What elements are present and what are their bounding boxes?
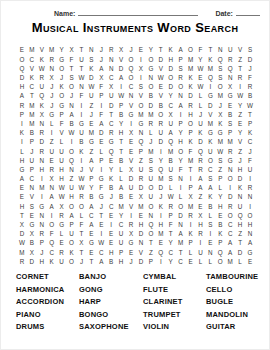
- grid-cell[interactable]: O: [186, 120, 196, 129]
- grid-cell[interactable]: W: [245, 101, 255, 110]
- grid-cell[interactable]: S: [205, 221, 215, 230]
- grid-cell[interactable]: T: [205, 46, 215, 55]
- grid-cell[interactable]: N: [47, 64, 57, 73]
- grid-cell[interactable]: R: [37, 129, 47, 138]
- grid-cell[interactable]: N: [136, 239, 146, 248]
- grid-cell[interactable]: N: [37, 120, 47, 129]
- grid-cell[interactable]: H: [215, 202, 225, 211]
- grid-cell[interactable]: M: [186, 202, 196, 211]
- grid-cell[interactable]: L: [196, 257, 206, 266]
- grid-cell[interactable]: X: [166, 110, 176, 119]
- grid-cell[interactable]: V: [156, 92, 166, 101]
- grid-cell[interactable]: R: [186, 101, 196, 110]
- grid-cell[interactable]: I: [37, 175, 47, 184]
- grid-cell[interactable]: V: [27, 193, 37, 202]
- grid-cell[interactable]: O: [126, 74, 136, 83]
- grid-cell[interactable]: N: [67, 101, 77, 110]
- grid-cell[interactable]: E: [17, 184, 27, 193]
- grid-cell[interactable]: Y: [235, 129, 245, 138]
- grid-cell[interactable]: K: [205, 193, 215, 202]
- grid-cell[interactable]: Q: [17, 64, 27, 73]
- grid-cell[interactable]: A: [47, 193, 57, 202]
- grid-cell[interactable]: R: [17, 257, 27, 266]
- grid-cell[interactable]: J: [126, 257, 136, 266]
- grid-cell[interactable]: A: [166, 129, 176, 138]
- grid-cell[interactable]: K: [106, 175, 116, 184]
- grid-cell[interactable]: T: [166, 230, 176, 239]
- grid-cell[interactable]: P: [17, 110, 27, 119]
- word-list-item[interactable]: SAXOPHONE: [79, 322, 143, 331]
- grid-cell[interactable]: F: [47, 230, 57, 239]
- grid-cell[interactable]: Z: [235, 230, 245, 239]
- grid-cell[interactable]: M: [205, 120, 215, 129]
- grid-cell[interactable]: W: [77, 74, 87, 83]
- grid-cell[interactable]: H: [235, 221, 245, 230]
- grid-cell[interactable]: A: [17, 92, 27, 101]
- grid-cell[interactable]: F: [245, 156, 255, 165]
- grid-cell[interactable]: H: [156, 221, 166, 230]
- grid-cell[interactable]: A: [196, 175, 206, 184]
- grid-cell[interactable]: A: [86, 202, 96, 211]
- grid-cell[interactable]: K: [186, 74, 196, 83]
- grid-cell[interactable]: N: [225, 165, 235, 174]
- grid-cell[interactable]: G: [47, 110, 57, 119]
- grid-cell[interactable]: Q: [146, 221, 156, 230]
- grid-cell[interactable]: S: [146, 165, 156, 174]
- grid-cell[interactable]: G: [225, 92, 235, 101]
- grid-cell[interactable]: T: [176, 248, 186, 257]
- grid-cell[interactable]: E: [126, 193, 136, 202]
- grid-cell[interactable]: C: [106, 120, 116, 129]
- grid-cell[interactable]: A: [17, 175, 27, 184]
- grid-cell[interactable]: N: [235, 193, 245, 202]
- grid-cell[interactable]: V: [205, 110, 215, 119]
- grid-cell[interactable]: J: [106, 193, 116, 202]
- grid-cell[interactable]: A: [245, 239, 255, 248]
- grid-cell[interactable]: L: [77, 211, 87, 220]
- grid-cell[interactable]: Q: [166, 138, 176, 147]
- grid-cell[interactable]: X: [96, 74, 106, 83]
- grid-cell[interactable]: H: [67, 193, 77, 202]
- grid-cell[interactable]: D: [146, 101, 156, 110]
- grid-cell[interactable]: Q: [156, 248, 166, 257]
- grid-cell[interactable]: Q: [67, 156, 77, 165]
- grid-cell[interactable]: J: [47, 83, 57, 92]
- grid-cell[interactable]: B: [77, 138, 87, 147]
- grid-cell[interactable]: N: [77, 83, 87, 92]
- grid-cell[interactable]: O: [17, 55, 27, 64]
- grid-cell[interactable]: G: [146, 64, 156, 73]
- grid-cell[interactable]: P: [176, 55, 186, 64]
- grid-cell[interactable]: I: [67, 138, 77, 147]
- grid-cell[interactable]: J: [27, 147, 37, 156]
- grid-cell[interactable]: F: [77, 221, 87, 230]
- grid-cell[interactable]: E: [215, 211, 225, 220]
- grid-cell[interactable]: F: [67, 55, 77, 64]
- grid-cell[interactable]: B: [156, 101, 166, 110]
- grid-cell[interactable]: H: [196, 221, 206, 230]
- grid-cell[interactable]: P: [57, 110, 67, 119]
- grid-cell[interactable]: B: [116, 156, 126, 165]
- grid-cell[interactable]: D: [205, 101, 215, 110]
- grid-cell[interactable]: W: [196, 83, 206, 92]
- grid-cell[interactable]: U: [57, 257, 67, 266]
- grid-cell[interactable]: O: [215, 257, 225, 266]
- grid-cell[interactable]: P: [215, 175, 225, 184]
- grid-cell[interactable]: J: [245, 147, 255, 156]
- grid-cell[interactable]: Q: [225, 64, 235, 73]
- grid-cell[interactable]: Y: [176, 129, 186, 138]
- grid-cell[interactable]: J: [196, 110, 206, 119]
- grid-cell[interactable]: P: [146, 257, 156, 266]
- grid-cell[interactable]: I: [77, 110, 87, 119]
- grid-cell[interactable]: P: [67, 221, 77, 230]
- grid-cell[interactable]: S: [245, 46, 255, 55]
- grid-cell[interactable]: H: [245, 221, 255, 230]
- grid-cell[interactable]: L: [205, 211, 215, 220]
- grid-cell[interactable]: U: [57, 156, 67, 165]
- grid-cell[interactable]: R: [146, 120, 156, 129]
- grid-cell[interactable]: X: [27, 230, 37, 239]
- grid-cell[interactable]: K: [245, 129, 255, 138]
- grid-cell[interactable]: C: [106, 74, 116, 83]
- grid-cell[interactable]: G: [86, 239, 96, 248]
- grid-cell[interactable]: Y: [86, 184, 96, 193]
- grid-cell[interactable]: B: [116, 110, 126, 119]
- word-list-item[interactable]: CELLO: [206, 285, 266, 294]
- grid-cell[interactable]: S: [146, 156, 156, 165]
- grid-cell[interactable]: G: [126, 110, 136, 119]
- grid-cell[interactable]: C: [106, 202, 116, 211]
- grid-cell[interactable]: T: [77, 230, 87, 239]
- grid-cell[interactable]: U: [27, 156, 37, 165]
- grid-cell[interactable]: B: [67, 120, 77, 129]
- grid-cell[interactable]: O: [186, 46, 196, 55]
- grid-cell[interactable]: R: [37, 230, 47, 239]
- grid-cell[interactable]: K: [186, 83, 196, 92]
- grid-cell[interactable]: M: [146, 110, 156, 119]
- grid-cell[interactable]: V: [136, 248, 146, 257]
- grid-cell[interactable]: E: [106, 239, 116, 248]
- word-list-item[interactable]: MANDOLIN: [206, 310, 266, 319]
- grid-cell[interactable]: M: [37, 184, 47, 193]
- grid-cell[interactable]: B: [245, 92, 255, 101]
- grid-cell[interactable]: H: [106, 248, 116, 257]
- grid-cell[interactable]: J: [156, 193, 166, 202]
- grid-cell[interactable]: I: [186, 175, 196, 184]
- grid-cell[interactable]: A: [96, 257, 106, 266]
- grid-cell[interactable]: H: [57, 175, 67, 184]
- grid-cell[interactable]: E: [156, 239, 166, 248]
- grid-cell[interactable]: N: [106, 55, 116, 64]
- grid-cell[interactable]: E: [245, 257, 255, 266]
- grid-cell[interactable]: W: [67, 129, 77, 138]
- grid-cell[interactable]: P: [225, 129, 235, 138]
- grid-cell[interactable]: U: [136, 165, 146, 174]
- grid-cell[interactable]: R: [136, 175, 146, 184]
- grid-cell[interactable]: U: [196, 248, 206, 257]
- grid-cell[interactable]: F: [77, 92, 87, 101]
- grid-cell[interactable]: Y: [156, 156, 166, 165]
- grid-cell[interactable]: X: [126, 165, 136, 174]
- grid-cell[interactable]: S: [166, 175, 176, 184]
- grid-cell[interactable]: L: [205, 257, 215, 266]
- grid-cell[interactable]: K: [166, 46, 176, 55]
- grid-cell[interactable]: R: [106, 129, 116, 138]
- grid-cell[interactable]: G: [205, 92, 215, 101]
- grid-cell[interactable]: M: [146, 147, 156, 156]
- grid-cell[interactable]: X: [126, 230, 136, 239]
- grid-cell[interactable]: A: [96, 64, 106, 73]
- grid-cell[interactable]: D: [106, 101, 116, 110]
- grid-cell[interactable]: L: [47, 120, 57, 129]
- grid-cell[interactable]: C: [96, 248, 106, 257]
- word-list-item[interactable]: DRUMS: [16, 322, 79, 331]
- grid-cell[interactable]: D: [166, 64, 176, 73]
- grid-cell[interactable]: N: [67, 165, 77, 174]
- grid-cell[interactable]: O: [215, 83, 225, 92]
- grid-cell[interactable]: P: [136, 147, 146, 156]
- grid-cell[interactable]: J: [47, 92, 57, 101]
- grid-cell[interactable]: S: [225, 120, 235, 129]
- grid-cell[interactable]: Q: [136, 138, 146, 147]
- grid-cell[interactable]: X: [47, 74, 57, 83]
- grid-cell[interactable]: N: [37, 156, 47, 165]
- grid-cell[interactable]: A: [67, 211, 77, 220]
- grid-cell[interactable]: X: [136, 64, 146, 73]
- grid-cell[interactable]: F: [186, 147, 196, 156]
- word-list-item[interactable]: HARMONICA: [16, 285, 79, 294]
- grid-cell[interactable]: W: [86, 83, 96, 92]
- grid-cell[interactable]: S: [215, 74, 225, 83]
- grid-cell[interactable]: I: [245, 202, 255, 211]
- grid-cell[interactable]: R: [166, 202, 176, 211]
- grid-cell[interactable]: Q: [196, 147, 206, 156]
- grid-cell[interactable]: G: [96, 193, 106, 202]
- grid-cell[interactable]: N: [37, 221, 47, 230]
- grid-cell[interactable]: M: [215, 92, 225, 101]
- grid-cell[interactable]: G: [57, 55, 67, 64]
- grid-cell[interactable]: U: [235, 202, 245, 211]
- grid-cell[interactable]: T: [235, 239, 245, 248]
- word-list-item[interactable]: BUGLE: [206, 297, 266, 306]
- grid-cell[interactable]: E: [225, 101, 235, 110]
- grid-cell[interactable]: W: [96, 239, 106, 248]
- grid-cell[interactable]: P: [27, 138, 37, 147]
- grid-cell[interactable]: O: [67, 202, 77, 211]
- grid-cell[interactable]: K: [215, 230, 225, 239]
- grid-cell[interactable]: J: [77, 257, 87, 266]
- grid-cell[interactable]: W: [116, 92, 126, 101]
- grid-cell[interactable]: G: [57, 221, 67, 230]
- grid-cell[interactable]: S: [136, 83, 146, 92]
- grid-cell[interactable]: P: [176, 120, 186, 129]
- grid-cell[interactable]: A: [176, 46, 186, 55]
- grid-cell[interactable]: X: [67, 46, 77, 55]
- grid-cell[interactable]: N: [106, 64, 116, 73]
- word-list-item[interactable]: FLUTE: [143, 285, 206, 294]
- grid-cell[interactable]: M: [27, 120, 37, 129]
- grid-cell[interactable]: U: [156, 129, 166, 138]
- grid-cell[interactable]: M: [27, 101, 37, 110]
- word-list-item[interactable]: CYMBAL: [143, 272, 206, 281]
- grid-cell[interactable]: S: [215, 156, 225, 165]
- grid-cell[interactable]: V: [57, 129, 67, 138]
- grid-cell[interactable]: U: [47, 147, 57, 156]
- grid-cell[interactable]: U: [77, 55, 87, 64]
- grid-cell[interactable]: B: [27, 239, 37, 248]
- grid-cell[interactable]: A: [225, 239, 235, 248]
- grid-cell[interactable]: G: [215, 129, 225, 138]
- grid-cell[interactable]: C: [47, 248, 57, 257]
- grid-cell[interactable]: G: [77, 120, 87, 129]
- grid-cell[interactable]: D: [196, 138, 206, 147]
- grid-cell[interactable]: V: [235, 138, 245, 147]
- grid-cell[interactable]: D: [186, 92, 196, 101]
- grid-cell[interactable]: J: [47, 101, 57, 110]
- grid-cell[interactable]: J: [96, 202, 106, 211]
- grid-cell[interactable]: K: [205, 138, 215, 147]
- grid-cell[interactable]: G: [57, 101, 67, 110]
- grid-cell[interactable]: R: [235, 74, 245, 83]
- grid-cell[interactable]: M: [205, 64, 215, 73]
- grid-cell[interactable]: O: [225, 175, 235, 184]
- grid-cell[interactable]: N: [176, 175, 186, 184]
- word-list-item[interactable]: VIOLIN: [143, 322, 206, 331]
- grid-cell[interactable]: I: [156, 211, 166, 220]
- grid-cell[interactable]: E: [205, 239, 215, 248]
- grid-cell[interactable]: N: [47, 184, 57, 193]
- grid-cell[interactable]: X: [225, 83, 235, 92]
- grid-cell[interactable]: R: [37, 147, 47, 156]
- grid-cell[interactable]: F: [196, 46, 206, 55]
- grid-cell[interactable]: J: [126, 46, 136, 55]
- grid-cell[interactable]: E: [96, 221, 106, 230]
- grid-cell[interactable]: T: [77, 248, 87, 257]
- grid-cell[interactable]: P: [116, 101, 126, 110]
- grid-cell[interactable]: D: [96, 129, 106, 138]
- grid-cell[interactable]: Q: [156, 165, 166, 174]
- grid-cell[interactable]: L: [235, 257, 245, 266]
- grid-cell[interactable]: Z: [67, 175, 77, 184]
- grid-cell[interactable]: V: [235, 46, 245, 55]
- word-list-item[interactable]: GUITAR: [206, 322, 266, 331]
- grid-cell[interactable]: Y: [116, 120, 126, 129]
- grid-cell[interactable]: T: [235, 64, 245, 73]
- grid-cell[interactable]: N: [245, 193, 255, 202]
- grid-cell[interactable]: X: [37, 110, 47, 119]
- grid-cell[interactable]: Q: [126, 64, 136, 73]
- grid-cell[interactable]: D: [27, 257, 37, 266]
- grid-cell[interactable]: J: [77, 165, 87, 174]
- grid-cell[interactable]: L: [196, 92, 206, 101]
- grid-cell[interactable]: F: [166, 221, 176, 230]
- grid-cell[interactable]: Z: [196, 193, 206, 202]
- grid-cell[interactable]: D: [176, 211, 186, 220]
- grid-cell[interactable]: C: [27, 83, 37, 92]
- grid-cell[interactable]: I: [37, 193, 47, 202]
- grid-cell[interactable]: H: [17, 202, 27, 211]
- grid-cell[interactable]: X: [27, 248, 37, 257]
- grid-cell[interactable]: S: [67, 74, 77, 83]
- grid-cell[interactable]: B: [146, 92, 156, 101]
- grid-cell[interactable]: Z: [235, 147, 245, 156]
- grid-cell[interactable]: C: [116, 221, 126, 230]
- grid-cell[interactable]: I: [176, 110, 186, 119]
- grid-cell[interactable]: D: [156, 184, 166, 193]
- grid-cell[interactable]: B: [27, 129, 37, 138]
- grid-cell[interactable]: L: [186, 248, 196, 257]
- grid-cell[interactable]: S: [215, 64, 225, 73]
- grid-cell[interactable]: B: [106, 257, 116, 266]
- grid-cell[interactable]: I: [126, 120, 136, 129]
- grid-cell[interactable]: E: [186, 257, 196, 266]
- grid-cell[interactable]: M: [225, 138, 235, 147]
- grid-cell[interactable]: A: [176, 101, 186, 110]
- grid-cell[interactable]: O: [176, 202, 186, 211]
- grid-cell[interactable]: W: [235, 92, 245, 101]
- grid-cell[interactable]: T: [116, 147, 126, 156]
- grid-cell[interactable]: J: [57, 74, 67, 83]
- grid-cell[interactable]: O: [156, 110, 166, 119]
- grid-cell[interactable]: H: [37, 165, 47, 174]
- grid-cell[interactable]: U: [146, 175, 156, 184]
- grid-cell[interactable]: X: [136, 193, 146, 202]
- grid-cell[interactable]: X: [215, 110, 225, 119]
- grid-cell[interactable]: K: [186, 230, 196, 239]
- grid-cell[interactable]: E: [106, 156, 116, 165]
- grid-cell[interactable]: K: [37, 101, 47, 110]
- grid-cell[interactable]: R: [245, 83, 255, 92]
- grid-cell[interactable]: T: [77, 46, 87, 55]
- grid-cell[interactable]: L: [166, 184, 176, 193]
- grid-cell[interactable]: K: [37, 55, 47, 64]
- grid-cell[interactable]: Y: [166, 239, 176, 248]
- grid-cell[interactable]: D: [225, 193, 235, 202]
- grid-cell[interactable]: E: [196, 74, 206, 83]
- grid-cell[interactable]: O: [205, 156, 215, 165]
- grid-cell[interactable]: I: [205, 83, 215, 92]
- grid-cell[interactable]: O: [146, 83, 156, 92]
- grid-cell[interactable]: V: [126, 101, 136, 110]
- grid-cell[interactable]: C: [27, 55, 37, 64]
- grid-cell[interactable]: D: [17, 230, 27, 239]
- grid-cell[interactable]: U: [116, 239, 126, 248]
- grid-cell[interactable]: E: [196, 202, 206, 211]
- grid-cell[interactable]: U: [116, 230, 126, 239]
- grid-cell[interactable]: Z: [235, 110, 245, 119]
- date-input-line[interactable]: [236, 8, 260, 16]
- grid-cell[interactable]: X: [47, 175, 57, 184]
- grid-cell[interactable]: N: [27, 184, 37, 193]
- grid-cell[interactable]: Y: [106, 165, 116, 174]
- grid-cell[interactable]: U: [106, 92, 116, 101]
- grid-cell[interactable]: A: [47, 202, 57, 211]
- grid-cell[interactable]: S: [176, 64, 186, 73]
- grid-cell[interactable]: U: [245, 165, 255, 174]
- grid-cell[interactable]: I: [47, 211, 57, 220]
- grid-cell[interactable]: J: [96, 55, 106, 64]
- grid-cell[interactable]: O: [146, 184, 156, 193]
- grid-cell[interactable]: K: [235, 184, 245, 193]
- grid-cell[interactable]: L: [57, 230, 67, 239]
- grid-cell[interactable]: W: [156, 74, 166, 83]
- grid-cell[interactable]: Q: [215, 55, 225, 64]
- grid-cell[interactable]: J: [96, 46, 106, 55]
- grid-cell[interactable]: Y: [235, 101, 245, 110]
- grid-cell[interactable]: N: [37, 211, 47, 220]
- grid-cell[interactable]: V: [156, 64, 166, 73]
